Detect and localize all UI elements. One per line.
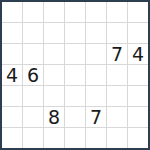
cell-r0c6[interactable] [128,2,148,22]
cell-r3c2[interactable] [44,65,64,85]
cell-r5c5[interactable] [107,107,127,127]
cell-r4c3[interactable] [65,86,85,106]
cell-r5c6[interactable] [128,107,148,127]
cell-r4c2[interactable] [44,86,64,106]
cell-r2c2[interactable] [44,44,64,64]
cell-r1c5[interactable] [107,23,127,43]
cell-r3c6[interactable] [128,65,148,85]
cell-r0c2[interactable] [44,2,64,22]
clue-cell-r3c0[interactable]: 4 [2,65,22,85]
clue-cell-r2c5[interactable]: 7 [107,44,127,64]
cell-r2c1[interactable] [23,44,43,64]
cell-r5c3[interactable] [65,107,85,127]
clue-cell-r5c4[interactable]: 7 [86,107,106,127]
cell-r5c1[interactable] [23,107,43,127]
cell-r0c3[interactable] [65,2,85,22]
cell-r1c0[interactable] [2,23,22,43]
cell-r2c4[interactable] [86,44,106,64]
cell-r4c0[interactable] [2,86,22,106]
cell-r6c3[interactable] [65,128,85,148]
cell-r1c3[interactable] [65,23,85,43]
cell-r4c1[interactable] [23,86,43,106]
cell-r2c0[interactable] [2,44,22,64]
cell-r6c5[interactable] [107,128,127,148]
cell-r1c2[interactable] [44,23,64,43]
cell-r2c3[interactable] [65,44,85,64]
cell-r1c4[interactable] [86,23,106,43]
clue-cell-r2c6[interactable]: 4 [128,44,148,64]
cell-r0c0[interactable] [2,2,22,22]
clue-cell-r3c1[interactable]: 6 [23,65,43,85]
cell-r4c4[interactable] [86,86,106,106]
cell-r1c1[interactable] [23,23,43,43]
cell-r3c4[interactable] [86,65,106,85]
clue-cell-r5c2[interactable]: 8 [44,107,64,127]
cell-r6c0[interactable] [2,128,22,148]
cell-r0c5[interactable] [107,2,127,22]
cell-r6c1[interactable] [23,128,43,148]
cell-r3c3[interactable] [65,65,85,85]
cell-r0c1[interactable] [23,2,43,22]
cell-r5c0[interactable] [2,107,22,127]
cell-r6c4[interactable] [86,128,106,148]
cell-r6c6[interactable] [128,128,148,148]
puzzle-board: 744687 [0,0,150,150]
cell-r4c5[interactable] [107,86,127,106]
cell-r4c6[interactable] [128,86,148,106]
cell-r3c5[interactable] [107,65,127,85]
cell-r1c6[interactable] [128,23,148,43]
cell-r6c2[interactable] [44,128,64,148]
cell-r0c4[interactable] [86,2,106,22]
